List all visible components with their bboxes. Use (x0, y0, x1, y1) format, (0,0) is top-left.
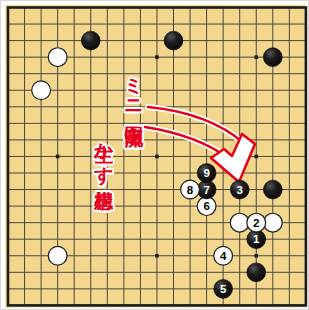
move-number: 8 (187, 184, 194, 196)
move-number: 4 (220, 250, 227, 262)
move-stone: 4 (214, 246, 233, 265)
move-stone: 3 (230, 180, 249, 199)
move-number: 1 (253, 233, 260, 245)
star-point (254, 55, 258, 59)
stone (32, 81, 51, 100)
stone (247, 263, 266, 282)
go-board-svg: 123456789 (1, 1, 309, 310)
move-stone: 9 (197, 164, 216, 183)
star-point (254, 254, 258, 258)
star-point (155, 155, 159, 159)
annotation-text-line2: 生かす構想 (94, 129, 114, 177)
move-stone: 6 (197, 197, 216, 216)
move-number: 9 (203, 167, 209, 179)
move-number: 7 (203, 184, 209, 196)
stone (263, 180, 282, 199)
move-number: 5 (220, 283, 227, 295)
move-number: 6 (203, 200, 209, 212)
star-point (155, 254, 159, 258)
stone (48, 246, 67, 265)
stone (81, 31, 100, 50)
stone (164, 31, 183, 50)
move-number: 3 (236, 184, 242, 196)
stone (48, 48, 67, 67)
move-stone: 8 (181, 180, 200, 199)
annotation-text-line1: ミニ中国流を (124, 65, 144, 136)
move-stone: 2 (247, 213, 266, 232)
stone (263, 48, 282, 67)
move-stone: 5 (214, 279, 233, 298)
star-point (254, 155, 258, 159)
move-number: 2 (253, 217, 259, 229)
star-point (155, 55, 159, 59)
go-diagram-page: 123456789 ミニ中国流を 生かす構想 (0, 0, 309, 310)
star-point (56, 155, 60, 159)
